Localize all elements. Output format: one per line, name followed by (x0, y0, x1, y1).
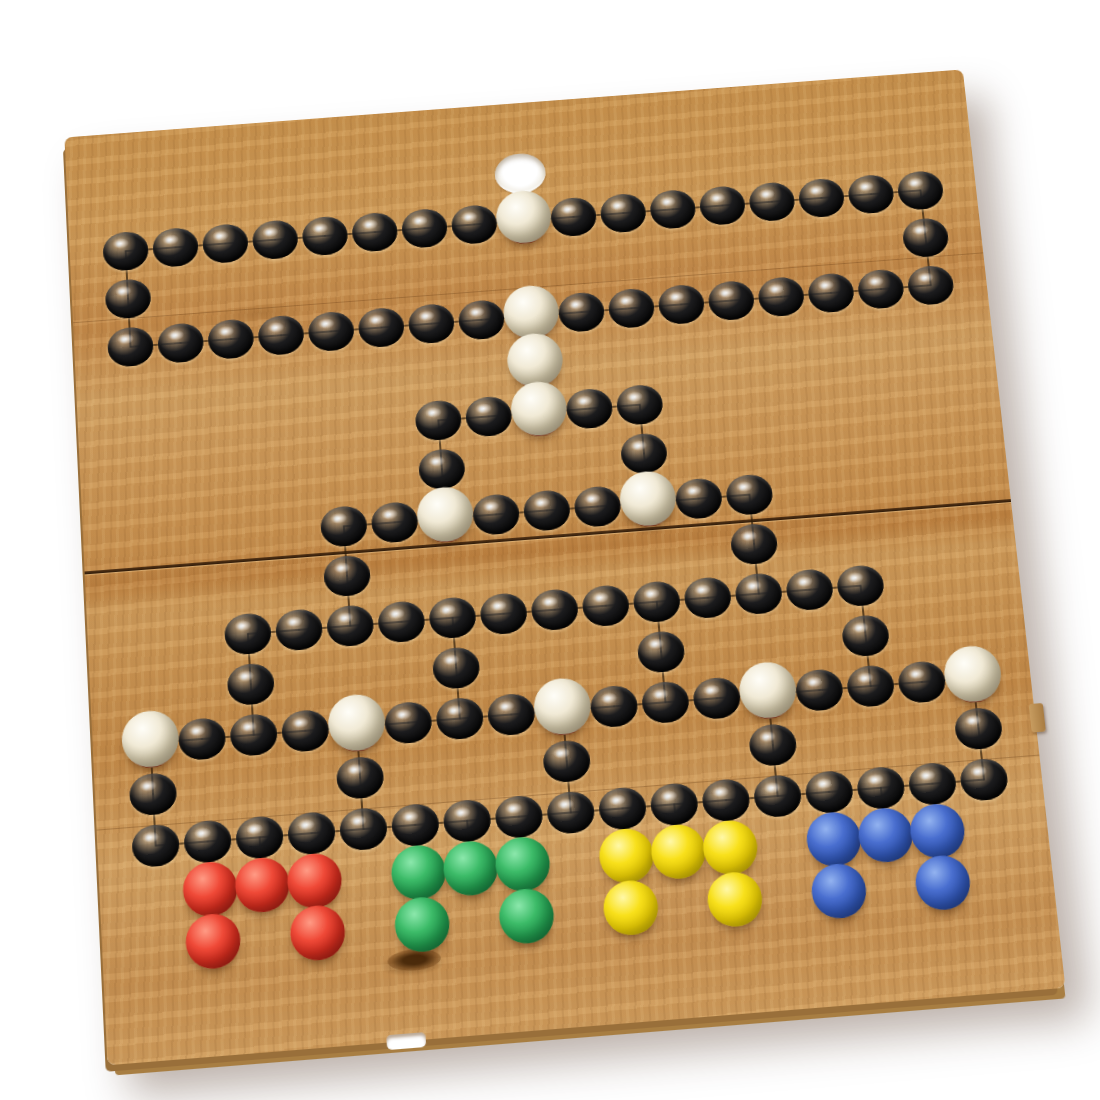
gloss-highlight (425, 406, 442, 418)
gloss-highlight (349, 814, 367, 827)
gloss-highlight (805, 675, 823, 688)
gloss-highlight (497, 700, 515, 713)
gloss-highlight (866, 773, 884, 786)
gloss-highlight (709, 192, 726, 204)
gloss-highlight (857, 180, 874, 192)
gloss-highlight (246, 822, 264, 835)
gloss-highlight (964, 714, 982, 727)
clasp-tab (1029, 703, 1046, 733)
gloss-highlight (758, 730, 776, 743)
gloss-highlight (439, 603, 456, 615)
gloss-highlight (212, 230, 229, 242)
gloss-highlight (336, 611, 353, 624)
gloss-highlight (610, 199, 627, 211)
gloss-highlight (117, 333, 134, 345)
gloss-highlight (194, 826, 211, 839)
gloss-highlight (557, 797, 575, 810)
gloss-highlight (453, 806, 471, 819)
gloss-highlight (411, 214, 428, 226)
gloss-highlight (490, 599, 507, 611)
gloss-highlight (758, 188, 775, 200)
gloss-highlight (442, 653, 459, 666)
gloss-highlight (330, 512, 347, 524)
gloss-highlight (428, 455, 445, 467)
gloss-highlight (685, 484, 702, 496)
gloss-highlight (346, 763, 364, 776)
gloss-highlight (917, 271, 934, 283)
gloss-highlight (475, 402, 492, 414)
gloss-highlight (285, 615, 302, 628)
gloss-highlight (659, 195, 676, 207)
gloss-highlight (568, 298, 585, 310)
gloss-highlight (815, 777, 833, 790)
gloss-highlight (446, 704, 464, 717)
gloss-highlight (368, 313, 385, 325)
gloss-highlight (918, 769, 936, 782)
gloss-highlight (795, 575, 813, 587)
gloss-highlight (735, 480, 752, 492)
gloss-highlight (618, 294, 635, 306)
gloss-highlight (162, 233, 179, 245)
gloss-highlight (240, 720, 257, 733)
gloss-highlight (647, 637, 665, 650)
gloss-highlight (660, 789, 678, 802)
gloss-highlight (318, 317, 335, 329)
photo-scene (0, 0, 1100, 1100)
gloss-highlight (468, 306, 485, 318)
gloss-highlight (576, 394, 593, 406)
gloss-highlight (703, 683, 721, 696)
edge-notch-bottom (386, 1032, 426, 1050)
gloss-highlight (584, 492, 601, 504)
gloss-highlight (333, 561, 350, 573)
gloss-highlight (381, 508, 398, 520)
gloss-highlight (142, 830, 159, 843)
gloss-highlight (361, 218, 378, 230)
gloss-highlight (401, 810, 419, 823)
gloss-highlight (969, 765, 987, 778)
gloss-highlight (188, 724, 205, 737)
game-board (64, 69, 1065, 1065)
gloss-highlight (630, 439, 647, 451)
gloss-highlight (482, 500, 499, 512)
gloss-highlight (298, 818, 316, 831)
gloss-highlight (237, 669, 254, 682)
gloss-highlight (907, 667, 925, 680)
gloss-highlight (767, 283, 784, 295)
gloss-highlight (668, 290, 685, 302)
gloss-highlight (745, 579, 763, 591)
gloss-highlight (712, 785, 730, 798)
gloss-highlight (167, 329, 184, 341)
gloss-highlight (312, 222, 329, 234)
gloss-highlight (268, 321, 285, 333)
gloss-highlight (912, 224, 929, 236)
gloss-highlight (856, 671, 874, 684)
gloss-highlight (388, 607, 405, 619)
gloss-highlight (643, 587, 660, 599)
gloss-highlight (461, 211, 478, 223)
gloss-highlight (112, 237, 129, 249)
gloss-highlight (608, 793, 626, 806)
gloss-highlight (291, 716, 308, 729)
gloss-highlight (651, 687, 669, 700)
gloss-highlight (553, 746, 571, 759)
gloss-highlight (846, 571, 864, 583)
gloss-highlight (533, 496, 550, 508)
gloss-highlight (560, 203, 577, 215)
gloss-highlight (851, 621, 869, 634)
gloss-highlight (600, 691, 618, 704)
gloss-highlight (541, 595, 558, 607)
gloss-highlight (217, 325, 234, 337)
gloss-highlight (234, 619, 251, 632)
gloss-highlight (694, 583, 712, 595)
gloss-highlight (907, 177, 924, 189)
gloss-highlight (867, 275, 884, 287)
gloss-highlight (262, 226, 279, 238)
gloss-highlight (505, 802, 523, 815)
gloss-highlight (817, 279, 834, 291)
gloss-highlight (808, 184, 825, 196)
gloss-highlight (717, 287, 734, 299)
gloss-highlight (115, 285, 132, 297)
gloss-highlight (763, 781, 781, 794)
gloss-highlight (394, 708, 411, 721)
gloss-highlight (139, 779, 156, 792)
gloss-highlight (418, 310, 435, 322)
gloss-highlight (626, 390, 643, 402)
gloss-highlight (740, 529, 757, 541)
gloss-highlight (592, 591, 609, 603)
